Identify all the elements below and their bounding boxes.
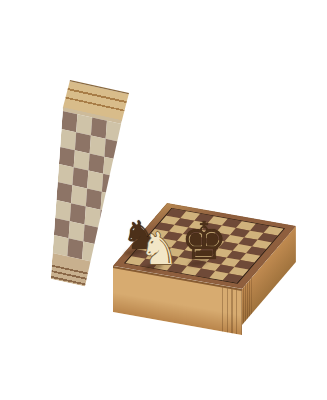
folded-board-base-band bbox=[51, 253, 112, 292]
white-knight: ♞ bbox=[139, 227, 178, 271]
black-king: ♚ bbox=[181, 215, 228, 267]
corner-joint-grooves bbox=[218, 287, 241, 335]
square bbox=[98, 227, 114, 248]
square bbox=[99, 210, 115, 231]
square bbox=[223, 274, 243, 283]
folded-board-checkers bbox=[53, 111, 122, 266]
square bbox=[97, 245, 113, 266]
product-photo: ♞♞♚ bbox=[0, 0, 327, 400]
folded-board-face bbox=[51, 107, 122, 292]
square bbox=[101, 192, 117, 213]
